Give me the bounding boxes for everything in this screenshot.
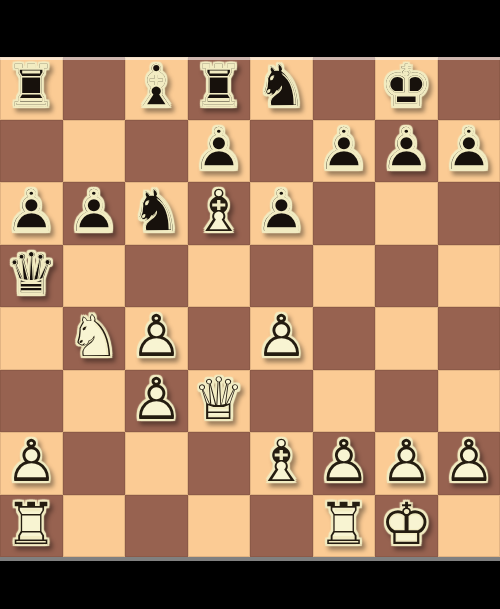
square-c3[interactable]: ♟♙	[125, 370, 188, 433]
square-h3[interactable]	[438, 370, 500, 433]
black-bishop-c8[interactable]: ♝♗	[125, 57, 188, 120]
square-b7[interactable]	[63, 120, 126, 183]
white-knight-b4[interactable]: ♞♘	[63, 307, 126, 370]
square-h2[interactable]: ♟♙	[438, 432, 500, 495]
white-bishop-e2[interactable]: ♝♗	[250, 432, 313, 495]
black-pawn-g7[interactable]: ♟♙	[375, 120, 438, 183]
white-queen-d3[interactable]: ♛♕	[188, 370, 251, 433]
black-king-g8[interactable]: ♚♔	[375, 57, 438, 120]
white-rook-a1[interactable]: ♜♖	[0, 495, 63, 558]
piece-outline-glyph: ♙	[380, 118, 432, 181]
square-h8[interactable]	[438, 57, 500, 120]
piece-outline-glyph: ♙	[443, 118, 495, 181]
piece-outline-glyph: ♗	[193, 180, 245, 243]
square-f7[interactable]: ♟♙	[313, 120, 376, 183]
black-knight-e8[interactable]: ♞♘	[250, 57, 313, 120]
black-pawn-b6[interactable]: ♟♙	[63, 182, 126, 245]
white-rook-f1[interactable]: ♜♖	[313, 495, 376, 558]
piece-outline-glyph: ♙	[318, 430, 370, 493]
piece-outline-glyph: ♙	[255, 305, 307, 368]
square-a3[interactable]	[0, 370, 63, 433]
square-c4[interactable]: ♟♙	[125, 307, 188, 370]
black-pawn-h7[interactable]: ♟♙	[438, 120, 500, 183]
piece-outline-glyph: ♙	[5, 430, 57, 493]
square-b6[interactable]: ♟♙	[63, 182, 126, 245]
square-f3[interactable]	[313, 370, 376, 433]
square-h5[interactable]	[438, 245, 500, 308]
square-d8[interactable]: ♜♖	[188, 57, 251, 120]
square-d4[interactable]	[188, 307, 251, 370]
square-a1[interactable]: ♜♖	[0, 495, 63, 558]
piece-outline-glyph: ♗	[255, 430, 307, 493]
square-d7[interactable]: ♟♙	[188, 120, 251, 183]
black-pawn-f7[interactable]: ♟♙	[313, 120, 376, 183]
piece-outline-glyph: ♖	[5, 55, 57, 118]
square-e5[interactable]	[250, 245, 313, 308]
square-g2[interactable]: ♟♙	[375, 432, 438, 495]
square-e4[interactable]: ♟♙	[250, 307, 313, 370]
piece-outline-glyph: ♙	[130, 368, 182, 431]
piece-outline-glyph: ♙	[5, 180, 57, 243]
square-d3[interactable]: ♛♕	[188, 370, 251, 433]
piece-outline-glyph: ♖	[5, 493, 57, 556]
piece-outline-glyph: ♙	[443, 430, 495, 493]
piece-outline-glyph: ♔	[380, 493, 432, 556]
square-f2[interactable]: ♟♙	[313, 432, 376, 495]
white-pawn-a2[interactable]: ♟♙	[0, 432, 63, 495]
square-h7[interactable]: ♟♙	[438, 120, 500, 183]
square-h4[interactable]	[438, 307, 500, 370]
square-f1[interactable]: ♜♖	[313, 495, 376, 558]
square-e1[interactable]	[250, 495, 313, 558]
square-g8[interactable]: ♚♔	[375, 57, 438, 120]
square-e8[interactable]: ♞♘	[250, 57, 313, 120]
chess-board[interactable]: ♜♖♝♗♜♖♞♘♚♔♟♙♟♙♟♙♟♙♟♙♟♙♞♘♝♗♟♙♛♕♞♘♟♙♟♙♟♙♛♕…	[0, 57, 500, 557]
square-a7[interactable]	[0, 120, 63, 183]
piece-outline-glyph: ♙	[130, 305, 182, 368]
white-pawn-h2[interactable]: ♟♙	[438, 432, 500, 495]
piece-outline-glyph: ♖	[318, 493, 370, 556]
square-b8[interactable]	[63, 57, 126, 120]
square-g4[interactable]	[375, 307, 438, 370]
square-a6[interactable]: ♟♙	[0, 182, 63, 245]
square-c2[interactable]	[125, 432, 188, 495]
square-d6[interactable]: ♝♗	[188, 182, 251, 245]
square-g7[interactable]: ♟♙	[375, 120, 438, 183]
piece-outline-glyph: ♙	[68, 180, 120, 243]
square-a4[interactable]	[0, 307, 63, 370]
square-d1[interactable]	[188, 495, 251, 558]
square-h6[interactable]	[438, 182, 500, 245]
black-rook-a8[interactable]: ♜♖	[0, 57, 63, 120]
square-f8[interactable]	[313, 57, 376, 120]
black-queen-a5[interactable]: ♛♕	[0, 245, 63, 308]
black-pawn-d7[interactable]: ♟♙	[188, 120, 251, 183]
white-pawn-c3[interactable]: ♟♙	[125, 370, 188, 433]
piece-outline-glyph: ♘	[68, 305, 120, 368]
square-c6[interactable]: ♞♘	[125, 182, 188, 245]
white-pawn-e4[interactable]: ♟♙	[250, 307, 313, 370]
square-c8[interactable]: ♝♗	[125, 57, 188, 120]
square-f5[interactable]	[313, 245, 376, 308]
square-h1[interactable]	[438, 495, 500, 558]
white-pawn-f2[interactable]: ♟♙	[313, 432, 376, 495]
square-e3[interactable]	[250, 370, 313, 433]
white-bishop-d6[interactable]: ♝♗	[188, 182, 251, 245]
board-bottom-edge	[0, 557, 500, 561]
piece-outline-glyph: ♘	[130, 180, 182, 243]
piece-outline-glyph: ♘	[255, 55, 307, 118]
square-d2[interactable]	[188, 432, 251, 495]
square-e2[interactable]: ♝♗	[250, 432, 313, 495]
square-a8[interactable]: ♜♖	[0, 57, 63, 120]
piece-outline-glyph: ♙	[380, 430, 432, 493]
square-b2[interactable]	[63, 432, 126, 495]
square-g3[interactable]	[375, 370, 438, 433]
black-pawn-e6[interactable]: ♟♙	[250, 182, 313, 245]
piece-outline-glyph: ♕	[5, 243, 57, 306]
square-b3[interactable]	[63, 370, 126, 433]
black-rook-d8[interactable]: ♜♖	[188, 57, 251, 120]
square-a2[interactable]: ♟♙	[0, 432, 63, 495]
square-e7[interactable]	[250, 120, 313, 183]
square-d5[interactable]	[188, 245, 251, 308]
app-window: ♜♖♝♗♜♖♞♘♚♔♟♙♟♙♟♙♟♙♟♙♟♙♞♘♝♗♟♙♛♕♞♘♟♙♟♙♟♙♛♕…	[0, 0, 500, 609]
white-pawn-g2[interactable]: ♟♙	[375, 432, 438, 495]
square-b4[interactable]: ♞♘	[63, 307, 126, 370]
piece-outline-glyph: ♙	[255, 180, 307, 243]
piece-outline-glyph: ♙	[193, 118, 245, 181]
piece-outline-glyph: ♔	[380, 55, 432, 118]
square-b1[interactable]	[63, 495, 126, 558]
piece-outline-glyph: ♙	[318, 118, 370, 181]
square-e6[interactable]: ♟♙	[250, 182, 313, 245]
square-g1[interactable]: ♚♔	[375, 495, 438, 558]
piece-outline-glyph: ♗	[130, 55, 182, 118]
square-c5[interactable]	[125, 245, 188, 308]
black-knight-c6[interactable]: ♞♘	[125, 182, 188, 245]
square-f4[interactable]	[313, 307, 376, 370]
black-pawn-a6[interactable]: ♟♙	[0, 182, 63, 245]
square-g5[interactable]	[375, 245, 438, 308]
white-king-g1[interactable]: ♚♔	[375, 495, 438, 558]
piece-outline-glyph: ♕	[193, 368, 245, 431]
square-c7[interactable]	[125, 120, 188, 183]
square-g6[interactable]	[375, 182, 438, 245]
square-c1[interactable]	[125, 495, 188, 558]
square-a5[interactable]: ♛♕	[0, 245, 63, 308]
square-f6[interactable]	[313, 182, 376, 245]
piece-outline-glyph: ♖	[193, 55, 245, 118]
white-pawn-c4[interactable]: ♟♙	[125, 307, 188, 370]
square-b5[interactable]	[63, 245, 126, 308]
